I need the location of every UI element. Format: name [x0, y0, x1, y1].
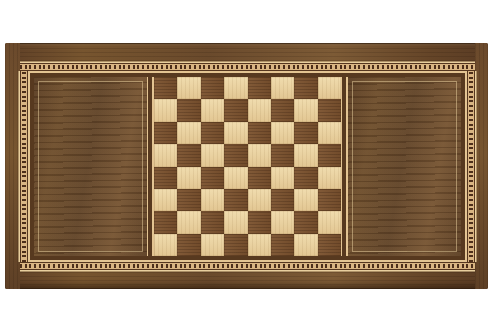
frame-right — [475, 43, 488, 289]
square-g3 — [294, 189, 317, 211]
square-b1 — [177, 234, 200, 256]
square-f4 — [271, 167, 294, 189]
square-h1 — [318, 234, 341, 256]
square-e6 — [248, 122, 271, 144]
square-h7 — [318, 99, 341, 121]
square-e7 — [248, 99, 271, 121]
panel-divider-right — [341, 77, 348, 256]
chessboard-photo — [5, 43, 488, 289]
square-c6 — [201, 122, 224, 144]
square-b4 — [177, 167, 200, 189]
square-a2 — [154, 211, 177, 233]
square-e1 — [248, 234, 271, 256]
square-a1 — [154, 234, 177, 256]
square-b6 — [177, 122, 200, 144]
square-h8 — [318, 77, 341, 99]
square-d1 — [224, 234, 247, 256]
square-b2 — [177, 211, 200, 233]
square-h5 — [318, 144, 341, 166]
page-background — [0, 0, 500, 333]
square-g4 — [294, 167, 317, 189]
square-c2 — [201, 211, 224, 233]
square-d4 — [224, 167, 247, 189]
square-c5 — [201, 144, 224, 166]
square-a5 — [154, 144, 177, 166]
square-c7 — [201, 99, 224, 121]
square-h4 — [318, 167, 341, 189]
dentil-inlay-bottom — [20, 262, 475, 270]
square-g1 — [294, 234, 317, 256]
square-d5 — [224, 144, 247, 166]
dentil-inlay-top — [20, 63, 475, 71]
square-f6 — [271, 122, 294, 144]
square-d6 — [224, 122, 247, 144]
square-a7 — [154, 99, 177, 121]
square-g7 — [294, 99, 317, 121]
square-e8 — [248, 77, 271, 99]
square-c1 — [201, 234, 224, 256]
frame-left — [5, 43, 20, 289]
square-a6 — [154, 122, 177, 144]
square-a8 — [154, 77, 177, 99]
square-h3 — [318, 189, 341, 211]
left-walnut-panel — [34, 77, 147, 256]
square-f2 — [271, 211, 294, 233]
square-e4 — [248, 167, 271, 189]
square-e5 — [248, 144, 271, 166]
square-f8 — [271, 77, 294, 99]
square-c4 — [201, 167, 224, 189]
dentil-inlay-right — [467, 71, 475, 262]
square-f7 — [271, 99, 294, 121]
square-c8 — [201, 77, 224, 99]
square-e2 — [248, 211, 271, 233]
square-b3 — [177, 189, 200, 211]
square-d2 — [224, 211, 247, 233]
square-b8 — [177, 77, 200, 99]
square-h6 — [318, 122, 341, 144]
panel-divider-left — [147, 77, 154, 256]
square-b5 — [177, 144, 200, 166]
square-h2 — [318, 211, 341, 233]
inlay-field — [28, 71, 467, 262]
square-f1 — [271, 234, 294, 256]
square-b7 — [177, 99, 200, 121]
square-g6 — [294, 122, 317, 144]
dentil-inlay-left — [20, 71, 28, 262]
square-d8 — [224, 77, 247, 99]
square-g5 — [294, 144, 317, 166]
square-f3 — [271, 189, 294, 211]
chessboard — [154, 77, 341, 256]
square-f5 — [271, 144, 294, 166]
right-walnut-panel — [348, 77, 461, 256]
square-e3 — [248, 189, 271, 211]
square-c3 — [201, 189, 224, 211]
square-g8 — [294, 77, 317, 99]
square-a4 — [154, 167, 177, 189]
square-g2 — [294, 211, 317, 233]
square-d7 — [224, 99, 247, 121]
square-a3 — [154, 189, 177, 211]
square-d3 — [224, 189, 247, 211]
